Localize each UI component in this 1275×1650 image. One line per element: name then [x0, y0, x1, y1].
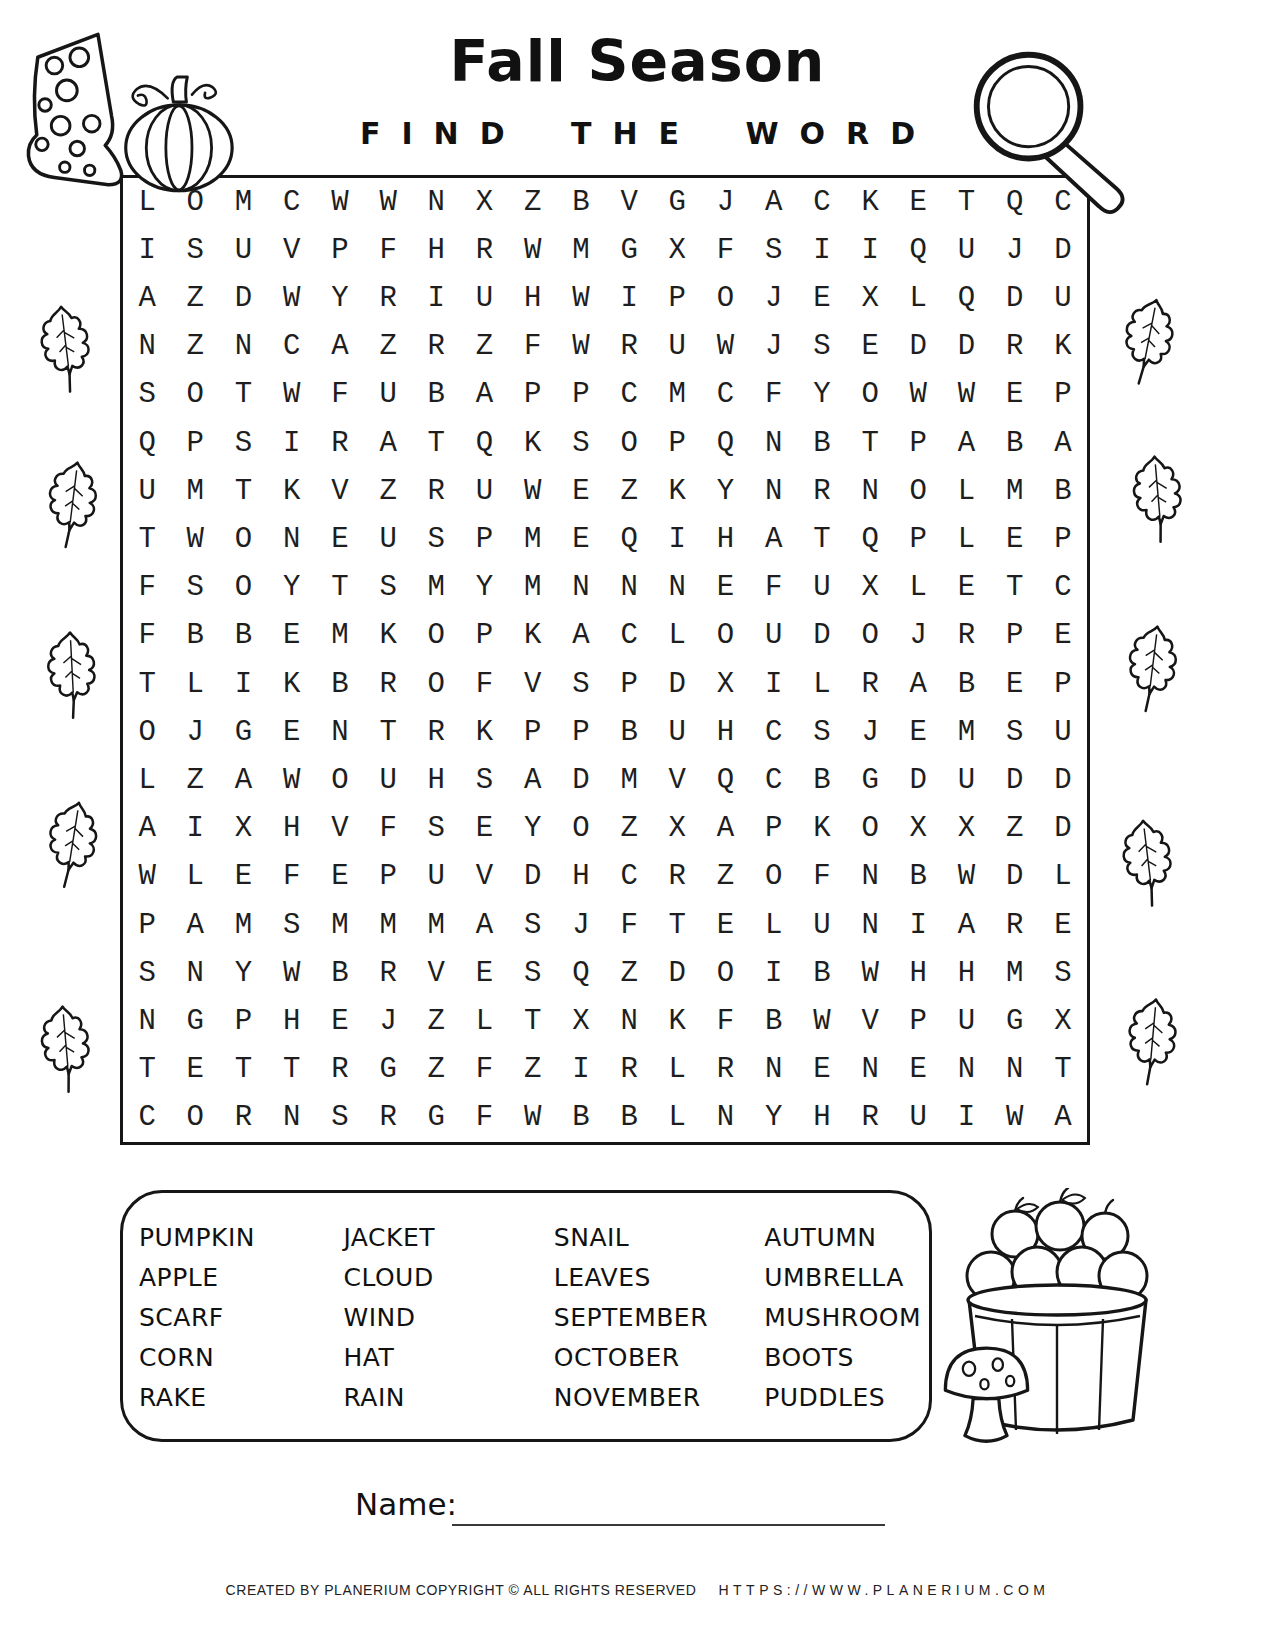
grid-cell-r12c8[interactable]: K	[460, 708, 508, 756]
grid-cell-r6c4[interactable]: I	[268, 419, 316, 467]
grid-cell-r13c8[interactable]: S	[460, 756, 508, 804]
grid-cell-r6c6[interactable]: A	[364, 419, 412, 467]
word-item[interactable]: SCARF	[139, 1298, 343, 1338]
grid-cell-r17c13[interactable]: O	[701, 949, 749, 997]
grid-cell-r11c11[interactable]: P	[605, 660, 653, 708]
grid-cell-r13c4[interactable]: W	[268, 756, 316, 804]
grid-cell-r14c19[interactable]: Z	[991, 805, 1039, 853]
grid-cell-r2c7[interactable]: H	[412, 226, 460, 274]
grid-cell-r18c7[interactable]: Z	[412, 997, 460, 1045]
grid-cell-r16c20[interactable]: E	[1039, 901, 1087, 949]
grid-cell-r15c7[interactable]: U	[412, 853, 460, 901]
grid-cell-r13c17[interactable]: D	[894, 756, 942, 804]
grid-cell-r7c4[interactable]: K	[268, 467, 316, 515]
grid-cell-r17c3[interactable]: Y	[219, 949, 267, 997]
grid-cell-r17c11[interactable]: Z	[605, 949, 653, 997]
word-item[interactable]: PUDDLES	[764, 1378, 923, 1418]
grid-cell-r7c3[interactable]: T	[219, 467, 267, 515]
grid-cell-r10c3[interactable]: B	[219, 612, 267, 660]
grid-cell-r18c10[interactable]: X	[557, 997, 605, 1045]
grid-cell-r3c9[interactable]: H	[509, 274, 557, 322]
grid-cell-r3c13[interactable]: O	[701, 274, 749, 322]
grid-cell-r5c6[interactable]: U	[364, 371, 412, 419]
grid-cell-r2c16[interactable]: I	[846, 226, 894, 274]
grid-cell-r11c3[interactable]: I	[219, 660, 267, 708]
word-item[interactable]: CLOUD	[343, 1258, 553, 1298]
grid-cell-r2c2[interactable]: S	[171, 226, 219, 274]
grid-cell-r10c10[interactable]: A	[557, 612, 605, 660]
grid-cell-r15c8[interactable]: V	[460, 853, 508, 901]
grid-cell-r4c15[interactable]: S	[798, 323, 846, 371]
grid-cell-r18c20[interactable]: X	[1039, 997, 1087, 1045]
grid-cell-r7c19[interactable]: M	[991, 467, 1039, 515]
grid-cell-r9c15[interactable]: U	[798, 564, 846, 612]
grid-cell-r12c16[interactable]: J	[846, 708, 894, 756]
grid-cell-r4c3[interactable]: N	[219, 323, 267, 371]
grid-cell-r4c14[interactable]: J	[750, 323, 798, 371]
grid-cell-r13c5[interactable]: O	[316, 756, 364, 804]
grid-cell-r10c6[interactable]: K	[364, 612, 412, 660]
grid-cell-r18c16[interactable]: V	[846, 997, 894, 1045]
grid-cell-r9c10[interactable]: N	[557, 564, 605, 612]
grid-cell-r11c18[interactable]: B	[942, 660, 990, 708]
grid-cell-r17c6[interactable]: R	[364, 949, 412, 997]
grid-cell-r14c14[interactable]: P	[750, 805, 798, 853]
grid-cell-r15c15[interactable]: F	[798, 853, 846, 901]
grid-cell-r3c19[interactable]: D	[991, 274, 1039, 322]
grid-cell-r4c8[interactable]: Z	[460, 323, 508, 371]
grid-cell-r8c9[interactable]: M	[509, 515, 557, 563]
grid-cell-r8c11[interactable]: Q	[605, 515, 653, 563]
grid-cell-r12c7[interactable]: R	[412, 708, 460, 756]
word-item[interactable]: JACKET	[343, 1218, 553, 1258]
grid-cell-r5c15[interactable]: Y	[798, 371, 846, 419]
grid-cell-r11c20[interactable]: P	[1039, 660, 1087, 708]
grid-cell-r19c3[interactable]: T	[219, 1046, 267, 1094]
grid-cell-r1c7[interactable]: N	[412, 178, 460, 226]
grid-cell-r7c12[interactable]: K	[653, 467, 701, 515]
grid-cell-r15c18[interactable]: W	[942, 853, 990, 901]
grid-cell-r12c1[interactable]: O	[123, 708, 171, 756]
grid-cell-r3c20[interactable]: U	[1039, 274, 1087, 322]
grid-cell-r14c10[interactable]: O	[557, 805, 605, 853]
grid-cell-r4c9[interactable]: F	[509, 323, 557, 371]
grid-cell-r1c14[interactable]: A	[750, 178, 798, 226]
grid-cell-r5c8[interactable]: A	[460, 371, 508, 419]
grid-cell-r9c16[interactable]: X	[846, 564, 894, 612]
grid-cell-r15c16[interactable]: N	[846, 853, 894, 901]
grid-cell-r6c11[interactable]: O	[605, 419, 653, 467]
grid-cell-r19c11[interactable]: R	[605, 1046, 653, 1094]
grid-cell-r3c12[interactable]: P	[653, 274, 701, 322]
grid-cell-r8c12[interactable]: I	[653, 515, 701, 563]
grid-cell-r1c16[interactable]: K	[846, 178, 894, 226]
grid-cell-r5c14[interactable]: F	[750, 371, 798, 419]
grid-cell-r14c1[interactable]: A	[123, 805, 171, 853]
grid-cell-r16c13[interactable]: E	[701, 901, 749, 949]
grid-cell-r18c18[interactable]: U	[942, 997, 990, 1045]
grid-cell-r13c20[interactable]: D	[1039, 756, 1087, 804]
grid-cell-r4c1[interactable]: N	[123, 323, 171, 371]
grid-cell-r20c16[interactable]: R	[846, 1094, 894, 1142]
grid-cell-r10c9[interactable]: K	[509, 612, 557, 660]
grid-cell-r5c18[interactable]: W	[942, 371, 990, 419]
grid-cell-r17c1[interactable]: S	[123, 949, 171, 997]
word-item[interactable]: APPLE	[139, 1258, 343, 1298]
grid-cell-r20c9[interactable]: W	[509, 1094, 557, 1142]
grid-cell-r5c16[interactable]: O	[846, 371, 894, 419]
grid-cell-r13c1[interactable]: L	[123, 756, 171, 804]
grid-cell-r20c3[interactable]: R	[219, 1094, 267, 1142]
grid-cell-r2c6[interactable]: F	[364, 226, 412, 274]
grid-cell-r1c4[interactable]: C	[268, 178, 316, 226]
grid-cell-r11c14[interactable]: I	[750, 660, 798, 708]
grid-cell-r7c6[interactable]: Z	[364, 467, 412, 515]
grid-cell-r9c9[interactable]: M	[509, 564, 557, 612]
grid-cell-r9c12[interactable]: N	[653, 564, 701, 612]
grid-cell-r17c17[interactable]: H	[894, 949, 942, 997]
grid-cell-r20c7[interactable]: G	[412, 1094, 460, 1142]
grid-cell-r9c18[interactable]: E	[942, 564, 990, 612]
grid-cell-r4c5[interactable]: A	[316, 323, 364, 371]
grid-cell-r10c8[interactable]: P	[460, 612, 508, 660]
grid-cell-r19c5[interactable]: R	[316, 1046, 364, 1094]
grid-cell-r10c5[interactable]: M	[316, 612, 364, 660]
grid-cell-r17c5[interactable]: B	[316, 949, 364, 997]
grid-cell-r2c17[interactable]: Q	[894, 226, 942, 274]
word-item[interactable]: MUSHROOM	[764, 1298, 923, 1338]
grid-cell-r5c4[interactable]: W	[268, 371, 316, 419]
grid-cell-r5c3[interactable]: T	[219, 371, 267, 419]
grid-cell-r15c3[interactable]: E	[219, 853, 267, 901]
word-search-grid[interactable]: LOMCWWNXZBVGJACKETQCISUVPFHRWMGXFSIIQUJD…	[120, 175, 1090, 1145]
grid-cell-r6c14[interactable]: N	[750, 419, 798, 467]
grid-cell-r20c15[interactable]: H	[798, 1094, 846, 1142]
grid-cell-r15c13[interactable]: Z	[701, 853, 749, 901]
grid-cell-r7c10[interactable]: E	[557, 467, 605, 515]
grid-cell-r8c19[interactable]: E	[991, 515, 1039, 563]
grid-cell-r5c7[interactable]: B	[412, 371, 460, 419]
grid-cell-r13c10[interactable]: D	[557, 756, 605, 804]
grid-cell-r20c13[interactable]: N	[701, 1094, 749, 1142]
grid-cell-r8c6[interactable]: U	[364, 515, 412, 563]
grid-cell-r2c19[interactable]: J	[991, 226, 1039, 274]
grid-cell-r20c20[interactable]: A	[1039, 1094, 1087, 1142]
grid-cell-r20c11[interactable]: B	[605, 1094, 653, 1142]
grid-cell-r6c7[interactable]: T	[412, 419, 460, 467]
grid-cell-r15c2[interactable]: L	[171, 853, 219, 901]
grid-cell-r10c17[interactable]: J	[894, 612, 942, 660]
grid-cell-r5c13[interactable]: C	[701, 371, 749, 419]
grid-cell-r5c20[interactable]: P	[1039, 371, 1087, 419]
grid-cell-r13c15[interactable]: B	[798, 756, 846, 804]
word-item[interactable]: OCTOBER	[554, 1338, 764, 1378]
grid-cell-r1c17[interactable]: E	[894, 178, 942, 226]
grid-cell-r8c15[interactable]: T	[798, 515, 846, 563]
grid-cell-r5c5[interactable]: F	[316, 371, 364, 419]
grid-cell-r16c9[interactable]: S	[509, 901, 557, 949]
grid-cell-r6c15[interactable]: B	[798, 419, 846, 467]
grid-cell-r12c4[interactable]: E	[268, 708, 316, 756]
grid-cell-r13c12[interactable]: V	[653, 756, 701, 804]
grid-cell-r6c19[interactable]: B	[991, 419, 1039, 467]
word-item[interactable]: AUTUMN	[764, 1218, 923, 1258]
grid-cell-r18c2[interactable]: G	[171, 997, 219, 1045]
grid-cell-r17c15[interactable]: B	[798, 949, 846, 997]
grid-cell-r3c1[interactable]: A	[123, 274, 171, 322]
grid-cell-r6c9[interactable]: K	[509, 419, 557, 467]
grid-cell-r3c5[interactable]: Y	[316, 274, 364, 322]
grid-cell-r6c3[interactable]: S	[219, 419, 267, 467]
grid-cell-r6c5[interactable]: R	[316, 419, 364, 467]
grid-cell-r5c19[interactable]: E	[991, 371, 1039, 419]
grid-cell-r19c9[interactable]: Z	[509, 1046, 557, 1094]
grid-cell-r11c16[interactable]: R	[846, 660, 894, 708]
grid-cell-r3c2[interactable]: Z	[171, 274, 219, 322]
grid-cell-r4c20[interactable]: K	[1039, 323, 1087, 371]
grid-cell-r15c6[interactable]: P	[364, 853, 412, 901]
grid-cell-r9c7[interactable]: M	[412, 564, 460, 612]
grid-cell-r17c14[interactable]: I	[750, 949, 798, 997]
grid-cell-r11c15[interactable]: L	[798, 660, 846, 708]
word-item[interactable]: HAT	[343, 1338, 553, 1378]
grid-cell-r3c7[interactable]: I	[412, 274, 460, 322]
grid-cell-r15c17[interactable]: B	[894, 853, 942, 901]
grid-cell-r10c7[interactable]: O	[412, 612, 460, 660]
grid-cell-r7c7[interactable]: R	[412, 467, 460, 515]
grid-cell-r10c4[interactable]: E	[268, 612, 316, 660]
grid-cell-r10c20[interactable]: E	[1039, 612, 1087, 660]
grid-cell-r7c18[interactable]: L	[942, 467, 990, 515]
grid-cell-r2c12[interactable]: X	[653, 226, 701, 274]
grid-cell-r4c12[interactable]: U	[653, 323, 701, 371]
grid-cell-r15c5[interactable]: E	[316, 853, 364, 901]
grid-cell-r14c9[interactable]: Y	[509, 805, 557, 853]
grid-cell-r4c16[interactable]: E	[846, 323, 894, 371]
grid-cell-r18c15[interactable]: W	[798, 997, 846, 1045]
grid-cell-r14c18[interactable]: X	[942, 805, 990, 853]
grid-cell-r18c6[interactable]: J	[364, 997, 412, 1045]
grid-cell-r13c19[interactable]: D	[991, 756, 1039, 804]
grid-cell-r5c10[interactable]: P	[557, 371, 605, 419]
grid-cell-r12c2[interactable]: J	[171, 708, 219, 756]
grid-cell-r19c14[interactable]: N	[750, 1046, 798, 1094]
grid-cell-r18c19[interactable]: G	[991, 997, 1039, 1045]
grid-cell-r10c13[interactable]: O	[701, 612, 749, 660]
word-item[interactable]: WIND	[343, 1298, 553, 1338]
grid-cell-r5c1[interactable]: S	[123, 371, 171, 419]
grid-cell-r18c13[interactable]: F	[701, 997, 749, 1045]
grid-cell-r17c4[interactable]: W	[268, 949, 316, 997]
grid-cell-r14c2[interactable]: I	[171, 805, 219, 853]
grid-cell-r7c2[interactable]: M	[171, 467, 219, 515]
grid-cell-r17c9[interactable]: S	[509, 949, 557, 997]
grid-cell-r19c4[interactable]: T	[268, 1046, 316, 1094]
grid-cell-r6c10[interactable]: S	[557, 419, 605, 467]
grid-cell-r5c9[interactable]: P	[509, 371, 557, 419]
grid-cell-r3c17[interactable]: L	[894, 274, 942, 322]
grid-cell-r12c14[interactable]: C	[750, 708, 798, 756]
grid-cell-r20c8[interactable]: F	[460, 1094, 508, 1142]
word-item[interactable]: SEPTEMBER	[554, 1298, 764, 1338]
grid-cell-r6c2[interactable]: P	[171, 419, 219, 467]
word-item[interactable]: UMBRELLA	[764, 1258, 923, 1298]
grid-cell-r1c5[interactable]: W	[316, 178, 364, 226]
grid-cell-r12c13[interactable]: H	[701, 708, 749, 756]
grid-cell-r11c12[interactable]: D	[653, 660, 701, 708]
grid-cell-r4c6[interactable]: Z	[364, 323, 412, 371]
grid-cell-r8c18[interactable]: L	[942, 515, 990, 563]
grid-cell-r8c3[interactable]: O	[219, 515, 267, 563]
grid-cell-r18c11[interactable]: N	[605, 997, 653, 1045]
grid-cell-r8c5[interactable]: E	[316, 515, 364, 563]
grid-cell-r5c17[interactable]: W	[894, 371, 942, 419]
grid-cell-r16c4[interactable]: S	[268, 901, 316, 949]
grid-cell-r6c18[interactable]: A	[942, 419, 990, 467]
grid-cell-r8c16[interactable]: Q	[846, 515, 894, 563]
grid-cell-r16c15[interactable]: U	[798, 901, 846, 949]
grid-cell-r13c2[interactable]: Z	[171, 756, 219, 804]
grid-cell-r10c19[interactable]: P	[991, 612, 1039, 660]
grid-cell-r8c8[interactable]: P	[460, 515, 508, 563]
grid-cell-r2c9[interactable]: W	[509, 226, 557, 274]
grid-cell-r2c20[interactable]: D	[1039, 226, 1087, 274]
grid-cell-r19c13[interactable]: R	[701, 1046, 749, 1094]
grid-cell-r16c7[interactable]: M	[412, 901, 460, 949]
grid-cell-r3c14[interactable]: J	[750, 274, 798, 322]
grid-cell-r4c11[interactable]: R	[605, 323, 653, 371]
grid-cell-r7c15[interactable]: R	[798, 467, 846, 515]
grid-cell-r14c13[interactable]: A	[701, 805, 749, 853]
grid-cell-r18c14[interactable]: B	[750, 997, 798, 1045]
grid-cell-r10c16[interactable]: O	[846, 612, 894, 660]
grid-cell-r1c9[interactable]: Z	[509, 178, 557, 226]
grid-cell-r3c3[interactable]: D	[219, 274, 267, 322]
grid-cell-r14c8[interactable]: E	[460, 805, 508, 853]
grid-cell-r9c11[interactable]: N	[605, 564, 653, 612]
grid-cell-r6c12[interactable]: P	[653, 419, 701, 467]
grid-cell-r19c20[interactable]: T	[1039, 1046, 1087, 1094]
grid-cell-r16c1[interactable]: P	[123, 901, 171, 949]
grid-cell-r8c17[interactable]: P	[894, 515, 942, 563]
grid-cell-r16c6[interactable]: M	[364, 901, 412, 949]
grid-cell-r15c12[interactable]: R	[653, 853, 701, 901]
grid-cell-r7c11[interactable]: Z	[605, 467, 653, 515]
word-item[interactable]: LEAVES	[554, 1258, 764, 1298]
grid-cell-r7c17[interactable]: O	[894, 467, 942, 515]
grid-cell-r7c20[interactable]: B	[1039, 467, 1087, 515]
grid-cell-r20c17[interactable]: U	[894, 1094, 942, 1142]
grid-cell-r2c1[interactable]: I	[123, 226, 171, 274]
grid-cell-r2c10[interactable]: M	[557, 226, 605, 274]
grid-cell-r13c18[interactable]: U	[942, 756, 990, 804]
grid-cell-r13c3[interactable]: A	[219, 756, 267, 804]
grid-cell-r13c6[interactable]: U	[364, 756, 412, 804]
grid-cell-r19c1[interactable]: T	[123, 1046, 171, 1094]
grid-cell-r20c1[interactable]: C	[123, 1094, 171, 1142]
grid-cell-r19c17[interactable]: E	[894, 1046, 942, 1094]
grid-cell-r11c17[interactable]: A	[894, 660, 942, 708]
grid-cell-r18c8[interactable]: L	[460, 997, 508, 1045]
grid-cell-r19c6[interactable]: G	[364, 1046, 412, 1094]
grid-cell-r9c5[interactable]: T	[316, 564, 364, 612]
grid-cell-r20c19[interactable]: W	[991, 1094, 1039, 1142]
grid-cell-r9c17[interactable]: L	[894, 564, 942, 612]
grid-cell-r1c15[interactable]: C	[798, 178, 846, 226]
grid-cell-r13c9[interactable]: A	[509, 756, 557, 804]
grid-cell-r19c2[interactable]: E	[171, 1046, 219, 1094]
word-item[interactable]: RAIN	[343, 1378, 553, 1418]
grid-cell-r8c7[interactable]: S	[412, 515, 460, 563]
grid-cell-r12c18[interactable]: M	[942, 708, 990, 756]
grid-cell-r7c13[interactable]: Y	[701, 467, 749, 515]
grid-cell-r11c9[interactable]: V	[509, 660, 557, 708]
grid-cell-r2c3[interactable]: U	[219, 226, 267, 274]
grid-cell-r16c2[interactable]: A	[171, 901, 219, 949]
grid-cell-r7c5[interactable]: V	[316, 467, 364, 515]
grid-cell-r7c14[interactable]: N	[750, 467, 798, 515]
grid-cell-r20c2[interactable]: O	[171, 1094, 219, 1142]
grid-cell-r13c13[interactable]: Q	[701, 756, 749, 804]
grid-cell-r3c4[interactable]: W	[268, 274, 316, 322]
grid-cell-r6c8[interactable]: Q	[460, 419, 508, 467]
grid-cell-r12c12[interactable]: U	[653, 708, 701, 756]
grid-cell-r16c16[interactable]: N	[846, 901, 894, 949]
grid-cell-r17c16[interactable]: W	[846, 949, 894, 997]
grid-cell-r5c2[interactable]: O	[171, 371, 219, 419]
grid-cell-r11c8[interactable]: F	[460, 660, 508, 708]
grid-cell-r3c10[interactable]: W	[557, 274, 605, 322]
grid-cell-r15c19[interactable]: D	[991, 853, 1039, 901]
grid-cell-r12c11[interactable]: B	[605, 708, 653, 756]
grid-cell-r9c1[interactable]: F	[123, 564, 171, 612]
grid-cell-r8c13[interactable]: H	[701, 515, 749, 563]
grid-cell-r14c17[interactable]: X	[894, 805, 942, 853]
grid-cell-r13c11[interactable]: M	[605, 756, 653, 804]
grid-cell-r15c20[interactable]: L	[1039, 853, 1087, 901]
grid-cell-r3c18[interactable]: Q	[942, 274, 990, 322]
grid-cell-r8c1[interactable]: T	[123, 515, 171, 563]
word-item[interactable]: CORN	[139, 1338, 343, 1378]
grid-cell-r17c10[interactable]: Q	[557, 949, 605, 997]
grid-cell-r15c11[interactable]: C	[605, 853, 653, 901]
grid-cell-r16c11[interactable]: F	[605, 901, 653, 949]
grid-cell-r2c8[interactable]: R	[460, 226, 508, 274]
grid-cell-r4c17[interactable]: D	[894, 323, 942, 371]
grid-cell-r9c6[interactable]: S	[364, 564, 412, 612]
grid-cell-r11c19[interactable]: E	[991, 660, 1039, 708]
grid-cell-r10c11[interactable]: C	[605, 612, 653, 660]
word-item[interactable]: RAKE	[139, 1378, 343, 1418]
grid-cell-r14c20[interactable]: D	[1039, 805, 1087, 853]
grid-cell-r4c19[interactable]: R	[991, 323, 1039, 371]
grid-cell-r1c8[interactable]: X	[460, 178, 508, 226]
grid-cell-r4c18[interactable]: D	[942, 323, 990, 371]
word-item[interactable]: BOOTS	[764, 1338, 923, 1378]
grid-cell-r11c7[interactable]: O	[412, 660, 460, 708]
grid-cell-r14c7[interactable]: S	[412, 805, 460, 853]
grid-cell-r2c13[interactable]: F	[701, 226, 749, 274]
grid-cell-r12c17[interactable]: E	[894, 708, 942, 756]
grid-cell-r1c11[interactable]: V	[605, 178, 653, 226]
grid-cell-r16c18[interactable]: A	[942, 901, 990, 949]
grid-cell-r6c1[interactable]: Q	[123, 419, 171, 467]
grid-cell-r9c20[interactable]: C	[1039, 564, 1087, 612]
grid-cell-r4c13[interactable]: W	[701, 323, 749, 371]
grid-cell-r14c16[interactable]: O	[846, 805, 894, 853]
grid-cell-r18c3[interactable]: P	[219, 997, 267, 1045]
grid-cell-r4c2[interactable]: Z	[171, 323, 219, 371]
